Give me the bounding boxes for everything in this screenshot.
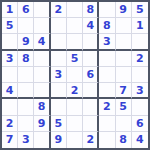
cell-r5c2[interactable] [18, 67, 34, 83]
given-digit-r6c5[interactable]: 2 [67, 83, 83, 99]
cell-r2c3[interactable] [34, 18, 50, 34]
given-digit-r6c8[interactable]: 7 [116, 83, 132, 99]
given-digit-r2c9[interactable]: 1 [132, 18, 148, 34]
cell-r2c5[interactable] [67, 18, 83, 34]
cell-r3c9[interactable] [132, 34, 148, 50]
cell-r6c7[interactable] [99, 83, 115, 99]
cell-r4c6[interactable] [83, 51, 99, 67]
given-digit-r4c2[interactable]: 8 [18, 51, 34, 67]
given-digit-r9c8[interactable]: 8 [116, 132, 132, 148]
cell-r1c5[interactable] [67, 2, 83, 18]
cell-r2c2[interactable] [18, 18, 34, 34]
given-digit-r5c6[interactable]: 6 [83, 67, 99, 83]
cell-r8c6[interactable] [83, 116, 99, 132]
cell-r8c2[interactable] [18, 116, 34, 132]
given-digit-r7c8[interactable]: 5 [116, 99, 132, 115]
cell-r4c7[interactable] [99, 51, 115, 67]
given-digit-r9c6[interactable]: 2 [83, 132, 99, 148]
cell-r9c7[interactable] [99, 132, 115, 148]
cell-r8c8[interactable] [116, 116, 132, 132]
cell-r1c7[interactable] [99, 2, 115, 18]
cell-r8c5[interactable] [67, 116, 83, 132]
given-digit-r1c2[interactable]: 6 [18, 2, 34, 18]
cell-r5c9[interactable] [132, 67, 148, 83]
given-digit-r9c9[interactable]: 4 [132, 132, 148, 148]
given-digit-r2c1[interactable]: 5 [2, 18, 18, 34]
given-digit-r3c3[interactable]: 4 [34, 34, 50, 50]
cell-r7c9[interactable] [132, 99, 148, 115]
given-digit-r6c1[interactable]: 4 [2, 83, 18, 99]
given-digit-r8c4[interactable]: 5 [51, 116, 67, 132]
cell-r6c3[interactable] [34, 83, 50, 99]
given-digit-r1c9[interactable]: 5 [132, 2, 148, 18]
cell-r5c1[interactable] [2, 67, 18, 83]
cell-r7c1[interactable] [2, 99, 18, 115]
cell-r5c8[interactable] [116, 67, 132, 83]
given-digit-r4c5[interactable]: 5 [67, 51, 83, 67]
given-digit-r5c4[interactable]: 3 [51, 67, 67, 83]
cell-r7c6[interactable] [83, 99, 99, 115]
given-digit-r1c4[interactable]: 2 [51, 2, 67, 18]
given-digit-r4c9[interactable]: 2 [132, 51, 148, 67]
given-digit-r7c3[interactable]: 8 [34, 99, 50, 115]
cell-r5c3[interactable] [34, 67, 50, 83]
given-digit-r8c3[interactable]: 9 [34, 116, 50, 132]
cell-r4c3[interactable] [34, 51, 50, 67]
cell-r5c5[interactable] [67, 67, 83, 83]
cell-r4c4[interactable] [51, 51, 67, 67]
given-digit-r2c7[interactable]: 8 [99, 18, 115, 34]
cell-r9c5[interactable] [67, 132, 83, 148]
given-digit-r3c2[interactable]: 9 [18, 34, 34, 50]
cell-r3c6[interactable] [83, 34, 99, 50]
given-digit-r8c9[interactable]: 6 [132, 116, 148, 132]
cell-r5c7[interactable] [99, 67, 115, 83]
cell-r3c8[interactable] [116, 34, 132, 50]
cell-r1c3[interactable] [34, 2, 50, 18]
cell-r6c4[interactable] [51, 83, 67, 99]
given-digit-r6c9[interactable]: 3 [132, 83, 148, 99]
cell-r2c8[interactable] [116, 18, 132, 34]
given-digit-r3c7[interactable]: 3 [99, 34, 115, 50]
cell-r7c2[interactable] [18, 99, 34, 115]
sudoku-board: 162895548194338523642738252956739284 [0, 0, 150, 150]
cell-r6c6[interactable] [83, 83, 99, 99]
cell-r3c1[interactable] [2, 34, 18, 50]
given-digit-r4c1[interactable]: 3 [2, 51, 18, 67]
given-digit-r9c4[interactable]: 9 [51, 132, 67, 148]
cell-r3c4[interactable] [51, 34, 67, 50]
given-digit-r2c6[interactable]: 4 [83, 18, 99, 34]
given-digit-r1c8[interactable]: 9 [116, 2, 132, 18]
cell-r4c8[interactable] [116, 51, 132, 67]
given-digit-r1c6[interactable]: 8 [83, 2, 99, 18]
cell-r9c3[interactable] [34, 132, 50, 148]
given-digit-r9c2[interactable]: 3 [18, 132, 34, 148]
cell-r7c5[interactable] [67, 99, 83, 115]
given-digit-r7c7[interactable]: 2 [99, 99, 115, 115]
given-digit-r1c1[interactable]: 1 [2, 2, 18, 18]
cell-r8c7[interactable] [99, 116, 115, 132]
given-digit-r9c1[interactable]: 7 [2, 132, 18, 148]
cell-r3c5[interactable] [67, 34, 83, 50]
cell-r2c4[interactable] [51, 18, 67, 34]
given-digit-r8c1[interactable]: 2 [2, 116, 18, 132]
cell-r6c2[interactable] [18, 83, 34, 99]
cell-r7c4[interactable] [51, 99, 67, 115]
